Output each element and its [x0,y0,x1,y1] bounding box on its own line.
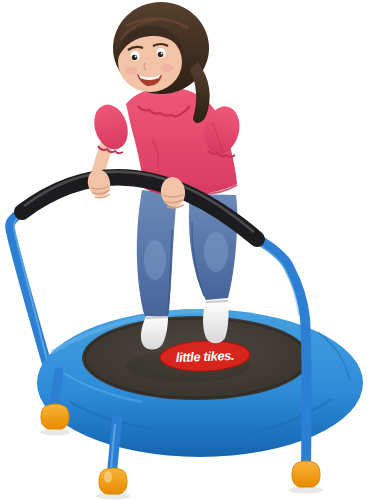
jump-mat: little tikes. [82,316,310,400]
right-foot-orange [292,461,320,487]
right-sock [203,300,229,343]
shadow-right-foot [289,487,323,494]
right-sock-cuff [206,301,228,302]
left-foot-orange [41,404,69,429]
left-leg-tube [53,372,59,408]
jeans-left-knee-wash [144,240,166,280]
logo-text: little tikes. [176,348,235,365]
right-cheek-blush [161,64,173,72]
left-sock-cuff [146,317,168,318]
scene-canvas: little tikes. [0,0,368,500]
left-cheek-blush [125,67,137,75]
middle-foot-glint [104,471,112,483]
shirt-left-sleeve [89,100,134,154]
product-photo: little tikes. [0,0,368,500]
jeans-right-knee-wash [204,232,228,272]
left-eye-iris [132,55,138,61]
middle-foot-orange [99,468,127,494]
shadow-left-foot [40,429,70,436]
handlebar-left-post [10,211,48,368]
left-post-highlight [14,214,47,360]
right-eye-iris [158,52,164,58]
left-eye-glint [135,56,137,58]
right-eye-glint [161,53,163,55]
